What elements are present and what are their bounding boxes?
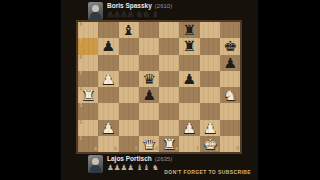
piece-black-rook[interactable]: ♜ bbox=[183, 38, 197, 54]
square-d6[interactable] bbox=[139, 55, 159, 71]
square-g5[interactable] bbox=[200, 71, 220, 87]
square-h2[interactable] bbox=[220, 120, 240, 136]
square-a7[interactable]: 7 bbox=[78, 38, 98, 54]
square-g1[interactable]: g♚ bbox=[200, 136, 220, 152]
piece-black-pawn[interactable]: ♟ bbox=[183, 71, 197, 87]
player-info-black: Boris Spassky(2610) ♟♟♟♟ ♞♞ ♝ bbox=[107, 2, 172, 19]
square-e7[interactable] bbox=[159, 38, 179, 54]
square-h4[interactable]: ♞ bbox=[220, 87, 240, 103]
square-b1[interactable]: b bbox=[98, 136, 118, 152]
square-a2[interactable]: 2 bbox=[78, 120, 98, 136]
square-d5[interactable]: ♛ bbox=[139, 71, 159, 87]
player-info-white: Lajos Portisch(2635) ♟♟♟♟ ♝♝ ♞ bbox=[107, 155, 172, 172]
player-rating-black: (2610) bbox=[155, 3, 172, 9]
video-frame: Boris Spassky(2610) ♟♟♟♟ ♞♞ ♝ 8♝♜7♟♜♚6♟5… bbox=[0, 0, 320, 180]
square-c4[interactable] bbox=[119, 87, 139, 103]
square-c7[interactable] bbox=[119, 38, 139, 54]
piece-white-knight[interactable]: ♞ bbox=[223, 87, 237, 103]
rank-label-3: 3 bbox=[80, 104, 83, 109]
square-g3[interactable] bbox=[200, 103, 220, 119]
square-f4[interactable] bbox=[179, 87, 199, 103]
file-label-c: c bbox=[135, 147, 138, 152]
square-a5[interactable]: 5 bbox=[78, 71, 98, 87]
square-h7[interactable]: ♚ bbox=[220, 38, 240, 54]
square-c1[interactable]: c bbox=[119, 136, 139, 152]
square-f1[interactable]: f bbox=[179, 136, 199, 152]
file-label-f: f bbox=[197, 147, 199, 152]
rank-label-6: 6 bbox=[80, 56, 83, 61]
square-e3[interactable] bbox=[159, 103, 179, 119]
player-name-white: Lajos Portisch bbox=[107, 155, 152, 162]
square-d3[interactable] bbox=[139, 103, 159, 119]
square-f6[interactable] bbox=[179, 55, 199, 71]
piece-black-pawn[interactable]: ♟ bbox=[142, 87, 156, 103]
piece-black-bishop[interactable]: ♝ bbox=[122, 22, 136, 38]
square-h8[interactable] bbox=[220, 22, 240, 38]
right-letterbox-bar bbox=[258, 0, 320, 180]
square-a1[interactable]: 1a bbox=[78, 136, 98, 152]
avatar-white-player bbox=[88, 155, 103, 173]
captured-tray-white: ♟♟♟♟ ♝♝ ♞ bbox=[107, 163, 172, 172]
chess-board-frame: 8♝♜7♟♜♚6♟5♟♛♟4♜♟♞32♟♟♟1abcd♛e♜fg♚h bbox=[76, 20, 242, 154]
player-card-white: Lajos Portisch(2635) ♟♟♟♟ ♝♝ ♞ bbox=[88, 155, 172, 173]
square-f2[interactable]: ♟ bbox=[179, 120, 199, 136]
file-label-b: b bbox=[114, 147, 117, 152]
captured-tray-black: ♟♟♟♟ ♞♞ ♝ bbox=[107, 10, 172, 19]
square-c2[interactable] bbox=[119, 120, 139, 136]
square-e6[interactable] bbox=[159, 55, 179, 71]
piece-white-rook[interactable]: ♜ bbox=[81, 87, 95, 103]
rank-label-7: 7 bbox=[80, 39, 83, 44]
rank-label-2: 2 bbox=[80, 121, 83, 126]
square-g2[interactable]: ♟ bbox=[200, 120, 220, 136]
piece-white-queen[interactable]: ♛ bbox=[142, 136, 156, 152]
chess-board[interactable]: 8♝♜7♟♜♚6♟5♟♛♟4♜♟♞32♟♟♟1abcd♛e♜fg♚h bbox=[78, 22, 240, 152]
square-g8[interactable] bbox=[200, 22, 220, 38]
square-b8[interactable] bbox=[98, 22, 118, 38]
square-d4[interactable]: ♟ bbox=[139, 87, 159, 103]
square-g4[interactable] bbox=[200, 87, 220, 103]
square-a6[interactable]: 6 bbox=[78, 55, 98, 71]
square-a4[interactable]: 4♜ bbox=[78, 87, 98, 103]
square-c8[interactable]: ♝ bbox=[119, 22, 139, 38]
rank-label-8: 8 bbox=[80, 23, 83, 28]
square-d2[interactable] bbox=[139, 120, 159, 136]
square-b7[interactable]: ♟ bbox=[98, 38, 118, 54]
square-d8[interactable] bbox=[139, 22, 159, 38]
piece-black-rook[interactable]: ♜ bbox=[183, 22, 197, 38]
square-f3[interactable] bbox=[179, 103, 199, 119]
file-label-a: a bbox=[94, 147, 97, 152]
square-h1[interactable]: h bbox=[220, 136, 240, 152]
square-g7[interactable] bbox=[200, 38, 220, 54]
content-column: Boris Spassky(2610) ♟♟♟♟ ♞♞ ♝ 8♝♜7♟♜♚6♟5… bbox=[61, 0, 258, 180]
square-b2[interactable]: ♟ bbox=[98, 120, 118, 136]
square-e1[interactable]: e♜ bbox=[159, 136, 179, 152]
square-d7[interactable] bbox=[139, 38, 159, 54]
square-g6[interactable] bbox=[200, 55, 220, 71]
piece-white-pawn[interactable]: ♟ bbox=[101, 71, 115, 87]
avatar-black-player bbox=[88, 2, 103, 20]
piece-black-pawn[interactable]: ♟ bbox=[223, 55, 237, 71]
square-f8[interactable]: ♜ bbox=[179, 22, 199, 38]
player-rating-white: (2635) bbox=[155, 156, 172, 162]
piece-white-pawn[interactable]: ♟ bbox=[183, 120, 197, 136]
rank-label-5: 5 bbox=[80, 72, 83, 77]
square-b3[interactable] bbox=[98, 103, 118, 119]
square-h6[interactable]: ♟ bbox=[220, 55, 240, 71]
square-c6[interactable] bbox=[119, 55, 139, 71]
square-e8[interactable] bbox=[159, 22, 179, 38]
square-d1[interactable]: d♛ bbox=[139, 136, 159, 152]
square-b6[interactable] bbox=[98, 55, 118, 71]
square-h5[interactable] bbox=[220, 71, 240, 87]
subscribe-caption: DON'T FORGET TO SUBSCRIBE bbox=[164, 169, 251, 175]
square-b4[interactable] bbox=[98, 87, 118, 103]
left-letterbox-bar bbox=[0, 0, 61, 180]
piece-black-king[interactable]: ♚ bbox=[223, 38, 237, 54]
square-e4[interactable] bbox=[159, 87, 179, 103]
square-b5[interactable]: ♟ bbox=[98, 71, 118, 87]
square-a8[interactable]: 8 bbox=[78, 22, 98, 38]
piece-black-pawn[interactable]: ♟ bbox=[101, 38, 115, 54]
piece-white-pawn[interactable]: ♟ bbox=[203, 120, 217, 136]
file-label-h: h bbox=[236, 147, 239, 152]
square-e5[interactable] bbox=[159, 71, 179, 87]
piece-white-pawn[interactable]: ♟ bbox=[101, 120, 115, 136]
square-e2[interactable] bbox=[159, 120, 179, 136]
square-c3[interactable] bbox=[119, 103, 139, 119]
player-name-black: Boris Spassky bbox=[107, 2, 152, 9]
piece-white-rook[interactable]: ♜ bbox=[162, 136, 176, 152]
square-f7[interactable]: ♜ bbox=[179, 38, 199, 54]
piece-white-king[interactable]: ♚ bbox=[203, 136, 217, 152]
piece-black-queen[interactable]: ♛ bbox=[142, 71, 156, 87]
square-a3[interactable]: 3 bbox=[78, 103, 98, 119]
square-h3[interactable] bbox=[220, 103, 240, 119]
square-c5[interactable] bbox=[119, 71, 139, 87]
player-card-black: Boris Spassky(2610) ♟♟♟♟ ♞♞ ♝ bbox=[88, 2, 172, 20]
rank-label-1: 1 bbox=[80, 137, 83, 142]
square-f5[interactable]: ♟ bbox=[179, 71, 199, 87]
